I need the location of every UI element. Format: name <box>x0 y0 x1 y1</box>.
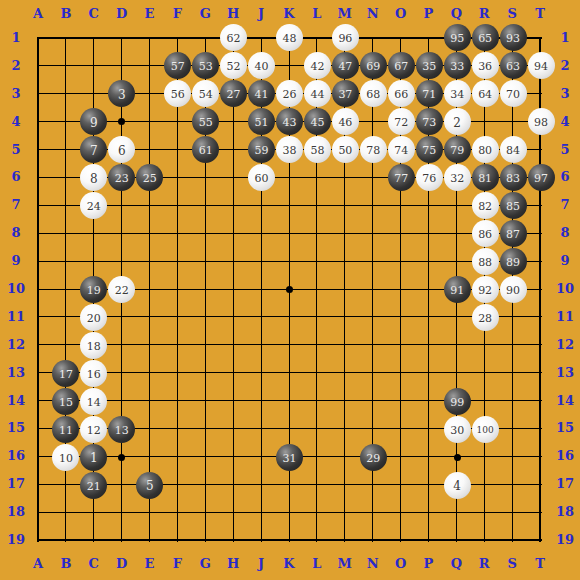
stone-white-38[interactable]: 38 <box>276 136 303 163</box>
move-number: 37 <box>338 89 352 100</box>
move-number: 74 <box>394 145 408 156</box>
coordinate-label: C <box>83 556 105 572</box>
move-number: 95 <box>450 33 464 44</box>
stone-white-40[interactable]: 40 <box>248 52 275 79</box>
coordinate-label: 10 <box>551 281 579 297</box>
coordinate-label: O <box>390 6 412 22</box>
move-number: 62 <box>227 33 241 44</box>
stone-white-36[interactable]: 36 <box>472 52 499 79</box>
move-number: 71 <box>422 89 436 100</box>
stone-black-81[interactable]: 81 <box>472 164 499 191</box>
coordinate-label: O <box>390 556 412 572</box>
move-number: 76 <box>422 173 436 184</box>
stone-black-87[interactable]: 87 <box>500 220 527 247</box>
stone-white-74[interactable]: 74 <box>388 136 415 163</box>
coordinate-label: R <box>473 556 495 572</box>
move-number: 59 <box>255 145 269 156</box>
move-number: 85 <box>506 201 520 212</box>
stone-black-75[interactable]: 75 <box>416 136 443 163</box>
stone-white-42[interactable]: 42 <box>304 52 331 79</box>
coordinate-label: 17 <box>551 476 579 492</box>
coordinate-label: E <box>139 6 161 22</box>
move-number: 13 <box>115 424 129 435</box>
stone-white-96[interactable]: 96 <box>332 24 359 51</box>
stone-white-4[interactable]: 4 <box>444 472 471 499</box>
move-number: 21 <box>87 480 101 491</box>
stone-white-14[interactable]: 14 <box>80 388 107 415</box>
stone-white-46[interactable]: 46 <box>332 108 359 135</box>
stone-black-37[interactable]: 37 <box>332 80 359 107</box>
move-number: 12 <box>87 424 101 435</box>
move-number: 61 <box>199 145 213 156</box>
coordinate-label: A <box>27 556 49 572</box>
stone-white-16[interactable]: 16 <box>80 360 107 387</box>
stone-black-3[interactable]: 3 <box>108 80 135 107</box>
coordinate-label: G <box>194 6 216 22</box>
stone-black-65[interactable]: 65 <box>472 24 499 51</box>
move-number: 44 <box>310 89 324 100</box>
stone-black-41[interactable]: 41 <box>248 80 275 107</box>
coordinate-label: L <box>306 6 328 22</box>
move-number: 89 <box>506 257 520 268</box>
stone-white-76[interactable]: 76 <box>416 164 443 191</box>
stone-white-52[interactable]: 52 <box>220 52 247 79</box>
coordinate-label: K <box>278 6 300 22</box>
stone-white-26[interactable]: 26 <box>276 80 303 107</box>
go-board[interactable]: 1234567891011121314151617181920212223242… <box>24 24 555 555</box>
coordinate-label: F <box>166 556 188 572</box>
move-number: 7 <box>90 144 98 156</box>
stone-white-10[interactable]: 10 <box>52 444 79 471</box>
stone-black-67[interactable]: 67 <box>388 52 415 79</box>
stone-white-34[interactable]: 34 <box>444 80 471 107</box>
stone-black-1[interactable]: 1 <box>80 444 107 471</box>
stone-white-2[interactable]: 2 <box>444 108 471 135</box>
move-number: 64 <box>478 89 492 100</box>
move-number: 82 <box>478 201 492 212</box>
coordinate-label: B <box>55 6 77 22</box>
move-number: 80 <box>478 145 492 156</box>
move-number: 66 <box>394 89 408 100</box>
move-number: 55 <box>199 117 213 128</box>
stone-black-33[interactable]: 33 <box>444 52 471 79</box>
move-number: 17 <box>59 368 73 379</box>
stone-black-51[interactable]: 51 <box>248 108 275 135</box>
move-number: 92 <box>478 284 492 295</box>
move-number: 60 <box>255 173 269 184</box>
move-number: 69 <box>366 61 380 72</box>
coordinate-label: H <box>222 556 244 572</box>
coordinate-label: 13 <box>551 365 579 381</box>
stone-white-12[interactable]: 12 <box>80 416 107 443</box>
move-number: 14 <box>87 396 101 407</box>
stone-white-54[interactable]: 54 <box>192 80 219 107</box>
stone-white-70[interactable]: 70 <box>500 80 527 107</box>
stone-white-98[interactable]: 98 <box>528 108 555 135</box>
move-number: 51 <box>255 117 269 128</box>
coordinate-label: N <box>362 6 384 22</box>
stone-black-83[interactable]: 83 <box>500 164 527 191</box>
coordinate-label: F <box>166 6 188 22</box>
move-number: 86 <box>478 229 492 240</box>
stone-black-69[interactable]: 69 <box>360 52 387 79</box>
move-number: 52 <box>227 61 241 72</box>
move-number: 94 <box>534 61 548 72</box>
stone-white-50[interactable]: 50 <box>332 136 359 163</box>
coordinate-label: K <box>278 556 300 572</box>
move-number: 63 <box>506 61 520 72</box>
move-number: 41 <box>255 89 269 100</box>
stone-black-77[interactable]: 77 <box>388 164 415 191</box>
move-number: 18 <box>87 340 101 351</box>
stone-black-89[interactable]: 89 <box>500 248 527 275</box>
stone-black-59[interactable]: 59 <box>248 136 275 163</box>
move-number: 5 <box>146 480 154 492</box>
stone-black-85[interactable]: 85 <box>500 192 527 219</box>
stone-white-58[interactable]: 58 <box>304 136 331 163</box>
stone-black-13[interactable]: 13 <box>108 416 135 443</box>
move-number: 65 <box>478 33 492 44</box>
move-number: 33 <box>450 61 464 72</box>
coordinate-label: N <box>362 556 384 572</box>
stone-white-72[interactable]: 72 <box>388 108 415 135</box>
move-number: 72 <box>394 117 408 128</box>
coordinate-label: P <box>417 556 439 572</box>
stone-black-93[interactable]: 93 <box>500 24 527 51</box>
move-number: 54 <box>199 89 213 100</box>
stone-black-43[interactable]: 43 <box>276 108 303 135</box>
coordinate-label: R <box>473 6 495 22</box>
coordinate-label: A <box>27 6 49 22</box>
move-number: 57 <box>171 61 185 72</box>
coordinate-label: 18 <box>551 504 579 520</box>
stone-black-29[interactable]: 29 <box>360 444 387 471</box>
stone-black-27[interactable]: 27 <box>220 80 247 107</box>
stone-white-92[interactable]: 92 <box>472 276 499 303</box>
coordinate-label: T <box>529 6 551 22</box>
move-number: 9 <box>90 116 98 128</box>
coordinate-label: Q <box>445 556 467 572</box>
move-number: 2 <box>453 116 461 128</box>
move-number: 4 <box>453 480 461 492</box>
stone-white-8[interactable]: 8 <box>80 164 107 191</box>
coordinate-label: 16 <box>551 448 579 464</box>
coordinate-label: 4 <box>551 114 579 130</box>
move-number: 36 <box>478 61 492 72</box>
move-number: 23 <box>115 173 129 184</box>
coordinate-label: G <box>194 556 216 572</box>
coordinate-label: J <box>250 556 272 572</box>
stone-black-91[interactable]: 91 <box>444 276 471 303</box>
coordinate-label: 12 <box>551 337 579 353</box>
move-number: 93 <box>506 33 520 44</box>
stone-black-47[interactable]: 47 <box>332 52 359 79</box>
coordinate-label: M <box>334 6 356 22</box>
stone-black-63[interactable]: 63 <box>500 52 527 79</box>
stone-black-31[interactable]: 31 <box>276 444 303 471</box>
stone-white-86[interactable]: 86 <box>472 220 499 247</box>
stone-black-73[interactable]: 73 <box>416 108 443 135</box>
stone-white-30[interactable]: 30 <box>444 416 471 443</box>
move-number: 26 <box>282 89 296 100</box>
stone-white-44[interactable]: 44 <box>304 80 331 107</box>
stone-black-23[interactable]: 23 <box>108 164 135 191</box>
move-number: 83 <box>506 173 520 184</box>
coordinate-label: 8 <box>551 225 579 241</box>
move-number: 38 <box>282 145 296 156</box>
move-number: 50 <box>338 145 352 156</box>
coordinate-label: B <box>55 556 77 572</box>
move-number: 35 <box>422 61 436 72</box>
stone-black-55[interactable]: 55 <box>192 108 219 135</box>
stone-black-35[interactable]: 35 <box>416 52 443 79</box>
coordinate-label: P <box>417 6 439 22</box>
stone-white-82[interactable]: 82 <box>472 192 499 219</box>
stone-white-68[interactable]: 68 <box>360 80 387 107</box>
stone-black-7[interactable]: 7 <box>80 136 107 163</box>
coordinate-label: C <box>83 6 105 22</box>
move-number: 30 <box>450 424 464 435</box>
stone-white-32[interactable]: 32 <box>444 164 471 191</box>
coordinate-label: M <box>334 556 356 572</box>
stone-black-71[interactable]: 71 <box>416 80 443 107</box>
move-number: 25 <box>143 173 157 184</box>
hoshi-point <box>454 454 461 461</box>
stone-white-66[interactable]: 66 <box>388 80 415 107</box>
move-number: 8 <box>90 172 98 184</box>
stone-black-25[interactable]: 25 <box>136 164 163 191</box>
go-diagram: ABCDEFGHJKLMNOPQRST ABCDEFGHJKLMNOPQRST … <box>0 0 580 580</box>
move-number: 87 <box>506 229 520 240</box>
stone-white-24[interactable]: 24 <box>80 192 107 219</box>
coordinate-label: 1 <box>551 30 579 46</box>
stone-white-20[interactable]: 20 <box>80 304 107 331</box>
coordinate-label: 7 <box>551 197 579 213</box>
coordinate-label: 19 <box>551 532 579 548</box>
move-number: 84 <box>506 145 520 156</box>
move-number: 68 <box>366 89 380 100</box>
coordinate-label: 2 <box>551 58 579 74</box>
move-number: 16 <box>87 368 101 379</box>
move-number: 53 <box>199 61 213 72</box>
move-number: 99 <box>450 396 464 407</box>
hoshi-point <box>286 286 293 293</box>
move-number: 27 <box>227 89 241 100</box>
coordinate-label: 15 <box>551 420 579 436</box>
stone-black-95[interactable]: 95 <box>444 24 471 51</box>
stone-white-80[interactable]: 80 <box>472 136 499 163</box>
coordinate-label: 3 <box>551 86 579 102</box>
stone-white-62[interactable]: 62 <box>220 24 247 51</box>
stone-black-5[interactable]: 5 <box>136 472 163 499</box>
stone-black-19[interactable]: 19 <box>80 276 107 303</box>
move-number: 100 <box>477 425 494 434</box>
move-number: 91 <box>450 284 464 295</box>
move-number: 97 <box>534 173 548 184</box>
move-number: 96 <box>338 33 352 44</box>
coordinate-label: D <box>111 6 133 22</box>
stone-white-6[interactable]: 6 <box>108 136 135 163</box>
move-number: 28 <box>478 312 492 323</box>
stone-white-88[interactable]: 88 <box>472 248 499 275</box>
stone-white-100[interactable]: 100 <box>472 416 499 443</box>
move-number: 47 <box>338 61 352 72</box>
stone-black-9[interactable]: 9 <box>80 108 107 135</box>
coordinate-label: J <box>250 6 272 22</box>
stone-black-61[interactable]: 61 <box>192 136 219 163</box>
coordinate-label: H <box>222 6 244 22</box>
stone-black-97[interactable]: 97 <box>528 164 555 191</box>
move-number: 20 <box>87 312 101 323</box>
stone-white-56[interactable]: 56 <box>164 80 191 107</box>
hoshi-point <box>118 454 125 461</box>
coordinate-label: E <box>139 556 161 572</box>
move-number: 6 <box>118 144 126 156</box>
coordinate-label: Q <box>445 6 467 22</box>
stone-white-94[interactable]: 94 <box>528 52 555 79</box>
move-number: 43 <box>282 117 296 128</box>
stone-black-45[interactable]: 45 <box>304 108 331 135</box>
move-number: 3 <box>118 88 126 100</box>
move-number: 29 <box>366 452 380 463</box>
stone-black-15[interactable]: 15 <box>52 388 79 415</box>
move-number: 70 <box>506 89 520 100</box>
coordinate-label: L <box>306 556 328 572</box>
move-number: 81 <box>478 173 492 184</box>
coordinate-label: 11 <box>551 309 579 325</box>
move-number: 1 <box>90 452 98 464</box>
stone-white-84[interactable]: 84 <box>500 136 527 163</box>
move-number: 73 <box>422 117 436 128</box>
move-number: 90 <box>506 284 520 295</box>
hoshi-point <box>118 118 125 125</box>
stone-white-64[interactable]: 64 <box>472 80 499 107</box>
move-number: 19 <box>87 284 101 295</box>
coordinate-label: 5 <box>551 142 579 158</box>
stone-white-18[interactable]: 18 <box>80 332 107 359</box>
coordinate-label: T <box>529 556 551 572</box>
move-number: 15 <box>59 396 73 407</box>
coordinate-label: 9 <box>551 253 579 269</box>
move-number: 11 <box>59 424 73 435</box>
move-number: 45 <box>310 117 324 128</box>
stone-black-57[interactable]: 57 <box>164 52 191 79</box>
coordinate-label: D <box>111 556 133 572</box>
stone-white-60[interactable]: 60 <box>248 164 275 191</box>
move-number: 10 <box>59 452 73 463</box>
stone-black-53[interactable]: 53 <box>192 52 219 79</box>
move-number: 42 <box>310 61 324 72</box>
move-number: 24 <box>87 201 101 212</box>
stone-white-22[interactable]: 22 <box>108 276 135 303</box>
move-number: 88 <box>478 257 492 268</box>
move-number: 78 <box>366 145 380 156</box>
move-number: 58 <box>310 145 324 156</box>
move-number: 31 <box>282 452 296 463</box>
move-number: 98 <box>534 117 548 128</box>
move-number: 34 <box>450 89 464 100</box>
move-number: 67 <box>394 61 408 72</box>
move-number: 79 <box>450 145 464 156</box>
move-number: 22 <box>115 284 129 295</box>
move-number: 75 <box>422 145 436 156</box>
move-number: 77 <box>394 173 408 184</box>
stone-black-17[interactable]: 17 <box>52 360 79 387</box>
move-number: 48 <box>282 33 296 44</box>
move-number: 32 <box>450 173 464 184</box>
coordinate-label: 14 <box>551 393 579 409</box>
move-number: 46 <box>338 117 352 128</box>
move-number: 40 <box>255 61 269 72</box>
move-number: 56 <box>171 89 185 100</box>
coordinate-label: S <box>501 6 523 22</box>
coordinate-label: S <box>501 556 523 572</box>
stone-black-99[interactable]: 99 <box>444 388 471 415</box>
stone-white-90[interactable]: 90 <box>500 276 527 303</box>
stone-white-78[interactable]: 78 <box>360 136 387 163</box>
coordinate-label: 6 <box>551 169 579 185</box>
stone-white-48[interactable]: 48 <box>276 24 303 51</box>
stone-black-11[interactable]: 11 <box>52 416 79 443</box>
stone-black-21[interactable]: 21 <box>80 472 107 499</box>
stone-white-28[interactable]: 28 <box>472 304 499 331</box>
stone-black-79[interactable]: 79 <box>444 136 471 163</box>
